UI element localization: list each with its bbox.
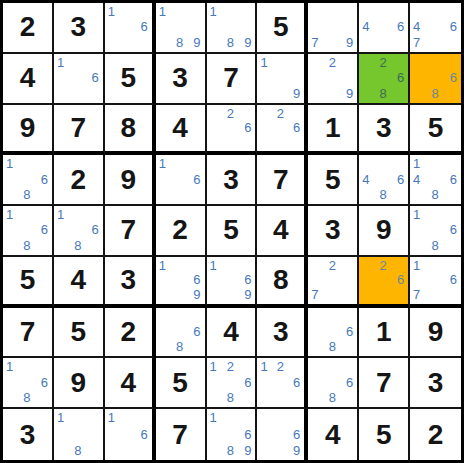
candidate-digit: 9 — [346, 87, 353, 100]
cell-value: 7 — [105, 206, 152, 255]
cell-value: 4 — [54, 257, 103, 304]
cell-r2c3[interactable]: 5 — [105, 54, 156, 105]
candidate-digit: 2 — [277, 107, 284, 120]
cell-r7c2[interactable]: 5 — [54, 308, 105, 359]
candidate-digit: 9 — [346, 36, 353, 49]
candidate-digit: 6 — [41, 376, 48, 389]
candidate-digit: 6 — [450, 223, 457, 236]
cell-r9c8[interactable]: 5 — [359, 409, 410, 460]
candidate-digit: 4 — [413, 20, 420, 33]
candidate-digit: 6 — [293, 428, 300, 441]
candidate-grid: 1468 — [413, 157, 457, 201]
candidate-digit: 6 — [140, 20, 147, 33]
cell-value: 7 — [156, 409, 205, 460]
cell-r6c3[interactable]: 3 — [105, 257, 156, 308]
candidate-grid: 169 — [210, 259, 252, 301]
cell-r4c3[interactable]: 9 — [105, 155, 156, 206]
candidate-grid: 189 — [210, 5, 252, 49]
candidate-digit: 8 — [23, 391, 30, 404]
candidate-grid: 29 — [311, 56, 353, 100]
candidate-digit: 8 — [380, 87, 387, 100]
candidate-digit: 8 — [431, 87, 438, 100]
candidate-digit: 6 — [140, 428, 147, 441]
cell-r6c4[interactable]: 169 — [156, 257, 207, 308]
cell-r7c3[interactable]: 2 — [105, 308, 156, 359]
candidate-digit: 6 — [41, 223, 48, 236]
cell-r4c8[interactable]: 468 — [359, 155, 410, 206]
cell-value: 3 — [308, 206, 357, 255]
candidate-grid: 168 — [6, 360, 48, 404]
cell-r1c7[interactable]: 79 — [308, 3, 359, 54]
cell-r7c1[interactable]: 7 — [3, 308, 54, 359]
candidate-digit: 2 — [227, 360, 234, 373]
cell-value: 5 — [54, 308, 103, 357]
candidate-digit: 7 — [413, 288, 420, 301]
cell-value: 5 — [105, 54, 152, 103]
candidate-digit: 1 — [159, 5, 166, 18]
cell-r3c9[interactable]: 5 — [410, 105, 461, 156]
candidate-digit: 8 — [74, 239, 81, 252]
candidate-digit: 6 — [193, 325, 200, 338]
candidate-digit: 9 — [293, 87, 300, 100]
cell-r3c3[interactable]: 8 — [105, 105, 156, 156]
cell-value: 9 — [410, 308, 461, 357]
candidate-digit: 7 — [311, 36, 318, 49]
candidate-grid: 168 — [413, 208, 457, 252]
cell-r5c8[interactable]: 9 — [359, 206, 410, 257]
candidate-grid: 26 — [362, 259, 404, 301]
cell-r4c4[interactable]: 16 — [156, 155, 207, 206]
candidate-digit: 9 — [193, 288, 200, 301]
candidate-digit: 6 — [244, 121, 251, 134]
candidate-digit: 6 — [244, 273, 251, 286]
candidate-digit: 8 — [23, 188, 30, 201]
cell-r6c1[interactable]: 5 — [3, 257, 54, 308]
cell-r8c4[interactable]: 5 — [156, 358, 207, 409]
cell-r4c2[interactable]: 2 — [54, 155, 105, 206]
cell-value: 9 — [359, 206, 408, 255]
cell-r8c9[interactable]: 3 — [410, 358, 461, 409]
candidate-digit: 9 — [244, 36, 251, 49]
candidate-grid: 1268 — [210, 360, 252, 404]
candidate-digit: 6 — [244, 376, 251, 389]
cell-value: 5 — [359, 409, 408, 460]
candidate-grid: 16 — [108, 411, 148, 457]
candidate-grid: 467 — [413, 5, 457, 49]
cell-value: 2 — [105, 308, 152, 357]
candidate-digit: 8 — [227, 36, 234, 49]
candidate-digit: 1 — [260, 360, 267, 373]
candidate-digit: 8 — [380, 188, 387, 201]
candidate-digit: 1 — [413, 208, 420, 221]
candidate-digit: 2 — [277, 360, 284, 373]
cell-r1c5[interactable]: 189 — [207, 3, 258, 54]
cell-value: 5 — [308, 155, 357, 204]
cell-r4c1[interactable]: 168 — [3, 155, 54, 206]
candidate-digit: 8 — [176, 340, 183, 353]
candidate-digit: 7 — [413, 36, 420, 49]
cell-value: 4 — [308, 409, 357, 460]
cell-r5c5[interactable]: 5 — [207, 206, 258, 257]
candidate-digit: 6 — [397, 173, 404, 186]
cell-r5c2[interactable]: 168 — [54, 206, 105, 257]
cell-r8c3[interactable]: 4 — [105, 358, 156, 409]
candidate-grid: 46 — [362, 5, 404, 49]
cell-value: 9 — [105, 155, 152, 204]
cell-r8c5[interactable]: 1268 — [207, 358, 258, 409]
cell-r8c7[interactable]: 68 — [308, 358, 359, 409]
cell-r5c6[interactable]: 4 — [257, 206, 308, 257]
candidate-digit: 8 — [431, 188, 438, 201]
candidate-digit: 1 — [210, 259, 217, 272]
candidate-digit: 6 — [397, 71, 404, 84]
candidate-digit: 8 — [227, 444, 234, 457]
cell-r2c1[interactable]: 4 — [3, 54, 54, 105]
cell-r6c6[interactable]: 8 — [257, 257, 308, 308]
candidate-digit: 1 — [210, 5, 217, 18]
cell-value: 7 — [359, 358, 408, 407]
cell-value: 2 — [156, 206, 205, 255]
cell-r6c2[interactable]: 4 — [54, 257, 105, 308]
cell-r9c5[interactable]: 1689 — [207, 409, 258, 460]
cell-r8c2[interactable]: 9 — [54, 358, 105, 409]
candidate-grid: 68 — [311, 310, 353, 354]
candidate-digit: 2 — [329, 56, 336, 69]
cell-r2c2[interactable]: 16 — [54, 54, 105, 105]
candidate-digit: 6 — [397, 20, 404, 33]
candidate-digit: 9 — [244, 444, 251, 457]
candidate-digit: 8 — [74, 444, 81, 457]
cell-r6c5[interactable]: 169 — [207, 257, 258, 308]
candidate-grid: 16 — [57, 56, 99, 100]
cell-r1c4[interactable]: 189 — [156, 3, 207, 54]
candidate-digit: 8 — [227, 391, 234, 404]
cell-value: 3 — [410, 358, 461, 407]
cell-r1c6[interactable]: 5 — [257, 3, 308, 54]
cell-r6c8[interactable]: 26 — [359, 257, 410, 308]
candidate-grid: 79 — [311, 5, 353, 49]
cell-r3c6[interactable]: 26 — [257, 105, 308, 156]
cell-r8c6[interactable]: 126 — [257, 358, 308, 409]
candidate-grid: 68 — [413, 56, 457, 100]
cell-value: 9 — [54, 358, 103, 407]
cell-r1c9[interactable]: 467 — [410, 3, 461, 54]
candidate-grid: 268 — [362, 56, 404, 100]
candidate-digit: 6 — [193, 173, 200, 186]
candidate-digit: 2 — [227, 107, 234, 120]
cell-r2c4[interactable]: 3 — [156, 54, 207, 105]
candidate-grid: 168 — [6, 157, 48, 201]
candidate-digit: 6 — [244, 428, 251, 441]
cell-value: 8 — [257, 257, 304, 304]
candidate-grid: 167 — [413, 259, 457, 301]
candidate-digit: 7 — [311, 288, 318, 301]
cell-value: 4 — [105, 358, 152, 407]
candidate-digit: 6 — [346, 376, 353, 389]
candidate-grid: 68 — [159, 310, 201, 354]
candidate-digit: 6 — [92, 223, 99, 236]
candidate-digit: 6 — [346, 325, 353, 338]
candidate-grid: 18 — [57, 411, 99, 457]
cell-r9c1[interactable]: 3 — [3, 409, 54, 460]
cell-value: 3 — [207, 155, 256, 204]
candidate-digit: 8 — [23, 239, 30, 252]
candidate-grid: 68 — [311, 360, 353, 404]
candidate-grid: 27 — [311, 259, 353, 301]
cell-value: 3 — [3, 409, 52, 460]
cell-r1c8[interactable]: 46 — [359, 3, 410, 54]
cell-r5c9[interactable]: 168 — [410, 206, 461, 257]
candidate-digit: 8 — [176, 36, 183, 49]
cell-r9c6[interactable]: 69 — [257, 409, 308, 460]
candidate-grid: 468 — [362, 157, 404, 201]
candidate-grid: 16 — [159, 157, 201, 201]
cell-r7c7[interactable]: 68 — [308, 308, 359, 359]
cell-value: 3 — [359, 105, 408, 152]
cell-r1c3[interactable]: 16 — [105, 3, 156, 54]
cell-value: 4 — [207, 308, 256, 357]
cell-r1c2[interactable]: 3 — [54, 3, 105, 54]
candidate-digit: 1 — [6, 360, 13, 373]
cell-value: 2 — [3, 3, 52, 52]
candidate-digit: 6 — [293, 121, 300, 134]
cell-value: 5 — [410, 105, 461, 152]
sudoku-board: 2316189189579464674165371929268689784262… — [0, 0, 464, 463]
cell-r3c5[interactable]: 26 — [207, 105, 258, 156]
cell-r2c7[interactable]: 29 — [308, 54, 359, 105]
cell-value: 5 — [207, 206, 256, 255]
candidate-grid: 19 — [260, 56, 300, 100]
candidate-digit: 1 — [57, 411, 64, 424]
cell-r8c1[interactable]: 168 — [3, 358, 54, 409]
cell-r7c9[interactable]: 9 — [410, 308, 461, 359]
cell-r5c4[interactable]: 2 — [156, 206, 207, 257]
cell-r3c2[interactable]: 7 — [54, 105, 105, 156]
candidate-digit: 6 — [92, 71, 99, 84]
cell-value: 3 — [257, 308, 304, 357]
candidate-digit: 9 — [193, 36, 200, 49]
candidate-digit: 1 — [57, 56, 64, 69]
cell-r2c5[interactable]: 7 — [207, 54, 258, 105]
cell-r9c3[interactable]: 16 — [105, 409, 156, 460]
candidate-digit: 6 — [450, 20, 457, 33]
candidate-digit: 1 — [108, 5, 115, 18]
cell-value: 7 — [54, 105, 103, 152]
cell-r5c1[interactable]: 168 — [3, 206, 54, 257]
cell-r2c8[interactable]: 268 — [359, 54, 410, 105]
cell-value: 8 — [105, 105, 152, 152]
candidate-digit: 1 — [413, 259, 420, 272]
candidate-digit: 6 — [41, 173, 48, 186]
candidate-digit: 1 — [6, 157, 13, 170]
candidate-digit: 6 — [450, 173, 457, 186]
cell-r9c7[interactable]: 4 — [308, 409, 359, 460]
cell-value: 5 — [257, 3, 304, 52]
cell-value: 5 — [3, 257, 52, 304]
candidate-digit: 1 — [210, 360, 217, 373]
candidate-digit: 6 — [450, 71, 457, 84]
candidate-digit: 6 — [450, 273, 457, 286]
cell-r3c8[interactable]: 3 — [359, 105, 410, 156]
cell-r7c5[interactable]: 4 — [207, 308, 258, 359]
candidate-digit: 4 — [413, 173, 420, 186]
cell-r7c4[interactable]: 68 — [156, 308, 207, 359]
candidate-digit: 1 — [159, 259, 166, 272]
cell-value: 1 — [359, 308, 408, 357]
candidate-digit: 1 — [108, 411, 115, 424]
cell-r5c3[interactable]: 7 — [105, 206, 156, 257]
candidate-grid: 1689 — [210, 411, 252, 457]
cell-value: 2 — [54, 155, 103, 204]
candidate-digit: 8 — [431, 239, 438, 252]
candidate-grid: 169 — [159, 259, 201, 301]
cell-r3c4[interactable]: 4 — [156, 105, 207, 156]
cell-value: 2 — [410, 409, 461, 460]
cell-r7c8[interactable]: 1 — [359, 308, 410, 359]
cell-r5c7[interactable]: 3 — [308, 206, 359, 257]
candidate-grid: 126 — [260, 360, 300, 404]
candidate-digit: 1 — [210, 411, 217, 424]
candidate-digit: 1 — [6, 208, 13, 221]
cell-r9c9[interactable]: 2 — [410, 409, 461, 460]
cell-r4c7[interactable]: 5 — [308, 155, 359, 206]
candidate-digit: 9 — [293, 444, 300, 457]
cell-value: 4 — [257, 206, 304, 255]
candidate-digit: 1 — [159, 157, 166, 170]
cell-r4c5[interactable]: 3 — [207, 155, 258, 206]
candidate-grid: 26 — [260, 107, 300, 149]
candidate-grid: 168 — [6, 208, 48, 252]
cell-r9c2[interactable]: 18 — [54, 409, 105, 460]
cell-value: 7 — [3, 308, 52, 357]
cell-value: 7 — [257, 155, 304, 204]
candidate-digit: 9 — [244, 288, 251, 301]
cell-r2c9[interactable]: 68 — [410, 54, 461, 105]
cell-value: 9 — [3, 105, 52, 152]
candidate-digit: 8 — [329, 340, 336, 353]
candidate-digit: 1 — [260, 56, 267, 69]
cell-r4c6[interactable]: 7 — [257, 155, 308, 206]
cell-r2c6[interactable]: 19 — [257, 54, 308, 105]
candidate-grid: 16 — [108, 5, 148, 49]
cell-r3c7[interactable]: 1 — [308, 105, 359, 156]
cell-r6c7[interactable]: 27 — [308, 257, 359, 308]
cell-value: 7 — [207, 54, 256, 103]
cell-value: 4 — [3, 54, 52, 103]
cell-r4c9[interactable]: 1468 — [410, 155, 461, 206]
candidate-digit: 4 — [362, 173, 369, 186]
cell-r3c1[interactable]: 9 — [3, 105, 54, 156]
candidate-digit: 6 — [193, 273, 200, 286]
candidate-grid: 189 — [159, 5, 201, 49]
cell-r8c8[interactable]: 7 — [359, 358, 410, 409]
cell-value: 3 — [156, 54, 205, 103]
candidate-digit: 2 — [380, 56, 387, 69]
cell-value: 3 — [105, 257, 152, 304]
cell-r1c1[interactable]: 2 — [3, 3, 54, 54]
candidate-digit: 1 — [413, 157, 420, 170]
candidate-digit: 8 — [329, 391, 336, 404]
candidate-digit: 4 — [362, 20, 369, 33]
candidate-digit: 6 — [293, 376, 300, 389]
cell-r6c9[interactable]: 167 — [410, 257, 461, 308]
cell-value: 5 — [156, 358, 205, 407]
cell-value: 1 — [308, 105, 357, 152]
candidate-grid: 69 — [260, 411, 300, 457]
candidate-digit: 2 — [329, 259, 336, 272]
candidate-grid: 168 — [57, 208, 99, 252]
cell-value: 4 — [156, 105, 205, 152]
candidate-digit: 6 — [397, 273, 404, 286]
cell-value: 3 — [54, 3, 103, 52]
candidate-grid: 26 — [210, 107, 252, 149]
candidate-digit: 1 — [57, 208, 64, 221]
cell-r9c4[interactable]: 7 — [156, 409, 207, 460]
candidate-digit: 2 — [380, 259, 387, 272]
cell-r7c6[interactable]: 3 — [257, 308, 308, 359]
